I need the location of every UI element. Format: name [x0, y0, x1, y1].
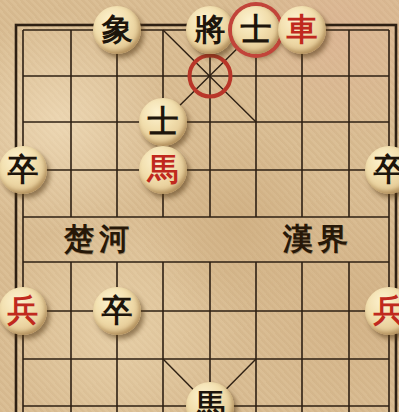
- red-chariot-glyph: 車: [287, 6, 318, 54]
- piece-black-advisor[interactable]: 士: [139, 98, 187, 146]
- piece-red-horse[interactable]: 馬: [139, 146, 187, 194]
- xiangqi-board[interactable]: 楚河 漢界 象將士車士卒馬卒兵卒兵馬: [0, 0, 399, 412]
- red-soldier-glyph: 兵: [374, 287, 399, 335]
- black-advisor-glyph: 士: [241, 6, 272, 54]
- black-advisor-glyph: 士: [148, 98, 179, 146]
- red-horse-glyph: 馬: [148, 146, 179, 194]
- red-soldier-glyph: 兵: [8, 287, 39, 335]
- piece-black-advisor[interactable]: 士: [232, 6, 280, 54]
- black-elephant-glyph: 象: [102, 6, 133, 54]
- river-label-left: 楚河: [64, 223, 134, 255]
- river-label-right: 漢界: [283, 223, 353, 255]
- piece-red-chariot[interactable]: 車: [278, 6, 326, 54]
- black-horse-glyph: 馬: [195, 382, 226, 412]
- piece-red-soldier[interactable]: 兵: [0, 287, 47, 335]
- last-move-origin-marker: [188, 54, 233, 99]
- black-soldier-glyph: 卒: [102, 287, 133, 335]
- piece-black-soldier[interactable]: 卒: [93, 287, 141, 335]
- black-soldier-glyph: 卒: [374, 146, 399, 194]
- piece-black-general[interactable]: 將: [186, 6, 234, 54]
- piece-black-soldier[interactable]: 卒: [0, 146, 47, 194]
- black-soldier-glyph: 卒: [8, 146, 39, 194]
- black-general-glyph: 將: [195, 6, 226, 54]
- piece-black-elephant[interactable]: 象: [93, 6, 141, 54]
